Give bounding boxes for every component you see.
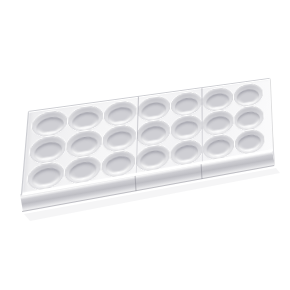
product-photo-stage (0, 0, 290, 290)
